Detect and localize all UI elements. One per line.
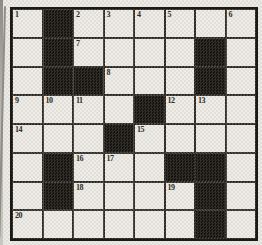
clue-number-11: 11 bbox=[76, 96, 83, 105]
clue-number-20: 20 bbox=[15, 211, 22, 220]
clue-number-19: 19 bbox=[168, 183, 175, 192]
cell-r8c2[interactable] bbox=[44, 211, 73, 238]
cell-r2c8[interactable] bbox=[227, 39, 256, 66]
clue-number-2: 2 bbox=[76, 10, 80, 19]
clue-number-14: 14 bbox=[15, 125, 22, 134]
clue-number-10: 10 bbox=[46, 96, 53, 105]
cell-r1c1[interactable]: 1 bbox=[13, 10, 42, 37]
cell-r5c5[interactable]: 15 bbox=[135, 125, 164, 152]
cell-r1c3[interactable]: 2 bbox=[74, 10, 103, 37]
cell-r4c7[interactable]: 13 bbox=[196, 96, 225, 123]
black-cell-r3c7 bbox=[196, 68, 225, 95]
black-cell-r3c2 bbox=[44, 68, 73, 95]
cell-r1c5[interactable]: 4 bbox=[135, 10, 164, 37]
black-cell-r6c7 bbox=[196, 154, 225, 181]
cell-r2c3[interactable]: 7 bbox=[74, 39, 103, 66]
clue-number-5: 5 bbox=[168, 10, 172, 19]
clue-number-15: 15 bbox=[137, 125, 144, 134]
cell-r1c6[interactable]: 5 bbox=[166, 10, 195, 37]
black-cell-r1c2 bbox=[44, 10, 73, 37]
cell-r4c8[interactable] bbox=[227, 96, 256, 123]
cell-r7c8[interactable] bbox=[227, 183, 256, 210]
cell-r5c3[interactable] bbox=[74, 125, 103, 152]
cell-r3c5[interactable] bbox=[135, 68, 164, 95]
clue-number-3: 3 bbox=[107, 10, 111, 19]
cell-r4c6[interactable]: 12 bbox=[166, 96, 195, 123]
clue-number-4: 4 bbox=[137, 10, 141, 19]
cell-r2c6[interactable] bbox=[166, 39, 195, 66]
cell-r1c8[interactable]: 6 bbox=[227, 10, 256, 37]
cell-r5c1[interactable]: 14 bbox=[13, 125, 42, 152]
cell-r8c5[interactable] bbox=[135, 211, 164, 238]
cell-r6c1[interactable] bbox=[13, 154, 42, 181]
cell-r6c5[interactable] bbox=[135, 154, 164, 181]
cell-r8c4[interactable] bbox=[105, 211, 134, 238]
black-cell-r6c2 bbox=[44, 154, 73, 181]
cell-r7c5[interactable] bbox=[135, 183, 164, 210]
cell-r6c3[interactable]: 16 bbox=[74, 154, 103, 181]
cell-r4c2[interactable]: 10 bbox=[44, 96, 73, 123]
black-cell-r5c4 bbox=[105, 125, 134, 152]
black-cell-r7c7 bbox=[196, 183, 225, 210]
black-cell-r7c2 bbox=[44, 183, 73, 210]
clue-number-9: 9 bbox=[15, 96, 19, 105]
black-cell-r4c5 bbox=[135, 96, 164, 123]
cell-r3c1[interactable] bbox=[13, 68, 42, 95]
clue-number-16: 16 bbox=[76, 154, 83, 163]
black-cell-r3c3 bbox=[74, 68, 103, 95]
black-cell-r8c7 bbox=[196, 211, 225, 238]
cell-r7c3[interactable]: 18 bbox=[74, 183, 103, 210]
cell-r5c6[interactable] bbox=[166, 125, 195, 152]
cell-r4c3[interactable]: 11 bbox=[74, 96, 103, 123]
cell-r8c8[interactable] bbox=[227, 211, 256, 238]
crossword-scan: 1234567891011121314151617181920 bbox=[0, 0, 262, 245]
clue-number-8: 8 bbox=[107, 68, 111, 77]
cell-r1c4[interactable]: 3 bbox=[105, 10, 134, 37]
clue-number-13: 13 bbox=[198, 96, 205, 105]
black-cell-r2c2 bbox=[44, 39, 73, 66]
clue-number-1: 1 bbox=[15, 10, 19, 19]
cell-r7c6[interactable]: 19 bbox=[166, 183, 195, 210]
clue-number-17: 17 bbox=[107, 154, 114, 163]
cell-r6c4[interactable]: 17 bbox=[105, 154, 134, 181]
cell-r7c1[interactable] bbox=[13, 183, 42, 210]
clue-number-12: 12 bbox=[168, 96, 175, 105]
cell-r8c1[interactable]: 20 bbox=[13, 211, 42, 238]
cell-r1c7[interactable] bbox=[196, 10, 225, 37]
cell-r3c4[interactable]: 8 bbox=[105, 68, 134, 95]
cell-r5c8[interactable] bbox=[227, 125, 256, 152]
black-cell-r2c7 bbox=[196, 39, 225, 66]
crossword-grid: 1234567891011121314151617181920 bbox=[10, 7, 258, 241]
cell-r2c1[interactable] bbox=[13, 39, 42, 66]
cell-r7c4[interactable] bbox=[105, 183, 134, 210]
cell-r3c8[interactable] bbox=[227, 68, 256, 95]
cell-r6c8[interactable] bbox=[227, 154, 256, 181]
cell-r4c4[interactable] bbox=[105, 96, 134, 123]
cell-r5c2[interactable] bbox=[44, 125, 73, 152]
cell-r8c6[interactable] bbox=[166, 211, 195, 238]
clue-number-6: 6 bbox=[229, 10, 233, 19]
cell-r3c6[interactable] bbox=[166, 68, 195, 95]
clue-number-18: 18 bbox=[76, 183, 83, 192]
cell-r2c5[interactable] bbox=[135, 39, 164, 66]
cell-r8c3[interactable] bbox=[74, 211, 103, 238]
black-cell-r6c6 bbox=[166, 154, 195, 181]
cell-r2c4[interactable] bbox=[105, 39, 134, 66]
clue-number-7: 7 bbox=[76, 39, 80, 48]
cell-r4c1[interactable]: 9 bbox=[13, 96, 42, 123]
cell-r5c7[interactable] bbox=[196, 125, 225, 152]
